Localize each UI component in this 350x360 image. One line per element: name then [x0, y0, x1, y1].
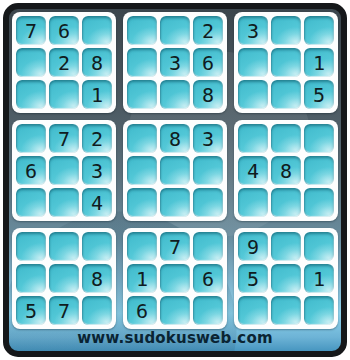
cell-r4c8[interactable]: [271, 124, 301, 153]
cell-r9c1[interactable]: 5: [16, 296, 46, 325]
cell-r8c4[interactable]: 1: [127, 264, 157, 293]
cell-r4c4[interactable]: [127, 124, 157, 153]
cell-r3c8[interactable]: [271, 80, 301, 109]
cell-r5c1[interactable]: 6: [16, 156, 46, 185]
cell-r2c6[interactable]: 6: [193, 48, 223, 77]
sudoku-board: 7628123683157263483488577166951 www.sudo…: [3, 3, 347, 357]
cell-r8c6[interactable]: 6: [193, 264, 223, 293]
cell-r6c2[interactable]: [49, 188, 79, 217]
cell-r1c8[interactable]: [271, 16, 301, 45]
cell-r6c4[interactable]: [127, 188, 157, 217]
cell-r2c3[interactable]: 8: [82, 48, 112, 77]
cell-r1c4[interactable]: [127, 16, 157, 45]
sudoku-box-1-1: 76281: [12, 12, 116, 113]
cell-r7c3[interactable]: [82, 232, 112, 261]
cell-r9c3[interactable]: [82, 296, 112, 325]
sudoku-box-2-1: 72634: [12, 120, 116, 221]
cell-r9c2[interactable]: 7: [49, 296, 79, 325]
cell-r7c8[interactable]: [271, 232, 301, 261]
cell-r7c2[interactable]: [49, 232, 79, 261]
cell-r5c9[interactable]: [304, 156, 334, 185]
sudoku-box-3-2: 7166: [123, 228, 227, 329]
cell-r2c7[interactable]: [238, 48, 268, 77]
cell-r8c2[interactable]: [49, 264, 79, 293]
cell-r4c7[interactable]: [238, 124, 268, 153]
cell-r1c7[interactable]: 3: [238, 16, 268, 45]
sudoku-grid: 7628123683157263483488577166951: [12, 12, 338, 329]
cell-r4c9[interactable]: [304, 124, 334, 153]
cell-r3c9[interactable]: 5: [304, 80, 334, 109]
cell-r5c5[interactable]: [160, 156, 190, 185]
cell-r1c1[interactable]: 7: [16, 16, 46, 45]
cell-r3c4[interactable]: [127, 80, 157, 109]
cell-r3c1[interactable]: [16, 80, 46, 109]
cell-r9c4[interactable]: 6: [127, 296, 157, 325]
cell-r6c6[interactable]: [193, 188, 223, 217]
cell-r7c1[interactable]: [16, 232, 46, 261]
cell-r6c9[interactable]: [304, 188, 334, 217]
cell-r9c7[interactable]: [238, 296, 268, 325]
cell-r8c1[interactable]: [16, 264, 46, 293]
cell-r3c5[interactable]: [160, 80, 190, 109]
website-link[interactable]: www.sudokusweb.com: [12, 329, 338, 348]
cell-r6c3[interactable]: 4: [82, 188, 112, 217]
cell-r7c7[interactable]: 9: [238, 232, 268, 261]
cell-r6c8[interactable]: [271, 188, 301, 217]
cell-r8c5[interactable]: [160, 264, 190, 293]
cell-r8c9[interactable]: 1: [304, 264, 334, 293]
cell-r5c8[interactable]: 8: [271, 156, 301, 185]
cell-r9c8[interactable]: [271, 296, 301, 325]
sudoku-box-1-3: 315: [234, 12, 338, 113]
cell-r3c7[interactable]: [238, 80, 268, 109]
cell-r4c2[interactable]: 7: [49, 124, 79, 153]
cell-r4c5[interactable]: 8: [160, 124, 190, 153]
sudoku-box-1-2: 2368: [123, 12, 227, 113]
cell-r5c3[interactable]: 3: [82, 156, 112, 185]
cell-r5c6[interactable]: [193, 156, 223, 185]
cell-r4c1[interactable]: [16, 124, 46, 153]
cell-r6c7[interactable]: [238, 188, 268, 217]
cell-r6c1[interactable]: [16, 188, 46, 217]
cell-r7c5[interactable]: 7: [160, 232, 190, 261]
cell-r7c9[interactable]: [304, 232, 334, 261]
cell-r9c6[interactable]: [193, 296, 223, 325]
cell-r6c5[interactable]: [160, 188, 190, 217]
cell-r9c5[interactable]: [160, 296, 190, 325]
cell-r1c3[interactable]: [82, 16, 112, 45]
sudoku-box-2-3: 48: [234, 120, 338, 221]
cell-r2c9[interactable]: 1: [304, 48, 334, 77]
cell-r8c8[interactable]: [271, 264, 301, 293]
cell-r7c4[interactable]: [127, 232, 157, 261]
cell-r5c2[interactable]: [49, 156, 79, 185]
cell-r1c6[interactable]: 2: [193, 16, 223, 45]
cell-r7c6[interactable]: [193, 232, 223, 261]
cell-r2c5[interactable]: 3: [160, 48, 190, 77]
sudoku-box-3-1: 857: [12, 228, 116, 329]
cell-r1c5[interactable]: [160, 16, 190, 45]
cell-r4c3[interactable]: 2: [82, 124, 112, 153]
sudoku-box-3-3: 951: [234, 228, 338, 329]
cell-r1c2[interactable]: 6: [49, 16, 79, 45]
cell-r5c7[interactable]: 4: [238, 156, 268, 185]
cell-r9c9[interactable]: [304, 296, 334, 325]
cell-r2c8[interactable]: [271, 48, 301, 77]
sudoku-box-2-2: 83: [123, 120, 227, 221]
cell-r2c2[interactable]: 2: [49, 48, 79, 77]
cell-r4c6[interactable]: 3: [193, 124, 223, 153]
cell-r2c1[interactable]: [16, 48, 46, 77]
cell-r3c3[interactable]: 1: [82, 80, 112, 109]
cell-r5c4[interactable]: [127, 156, 157, 185]
cell-r2c4[interactable]: [127, 48, 157, 77]
cell-r3c6[interactable]: 8: [193, 80, 223, 109]
cell-r8c3[interactable]: 8: [82, 264, 112, 293]
cell-r3c2[interactable]: [49, 80, 79, 109]
cell-r8c7[interactable]: 5: [238, 264, 268, 293]
cell-r1c9[interactable]: [304, 16, 334, 45]
page-background: 7628123683157263483488577166951 www.sudo…: [0, 0, 350, 360]
